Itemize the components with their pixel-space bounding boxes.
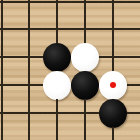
go-board[interactable] bbox=[0, 0, 140, 140]
board-intersection-r4c5[interactable] bbox=[127, 99, 140, 127]
board-intersection-r4c1[interactable] bbox=[15, 99, 43, 127]
board-intersection-r5c0[interactable] bbox=[0, 127, 15, 140]
screenshot-root bbox=[0, 0, 140, 140]
board-intersection-r2c0[interactable] bbox=[0, 43, 15, 71]
board-intersection-r0c1[interactable] bbox=[15, 0, 43, 15]
board-intersection-r2c5[interactable] bbox=[127, 43, 140, 71]
board-intersection-r3c3[interactable] bbox=[71, 71, 99, 99]
white-stone bbox=[71, 43, 99, 72]
board-intersection-r3c2[interactable] bbox=[43, 71, 71, 99]
board-grid bbox=[0, 0, 140, 140]
board-intersection-r4c3[interactable] bbox=[71, 99, 99, 127]
board-intersection-r2c4[interactable] bbox=[99, 43, 127, 71]
black-stone bbox=[71, 71, 99, 100]
board-intersection-r5c3[interactable] bbox=[71, 127, 99, 140]
board-intersection-r5c5[interactable] bbox=[127, 127, 140, 140]
board-intersection-r2c1[interactable] bbox=[15, 43, 43, 71]
white-stone bbox=[43, 71, 71, 100]
board-intersection-r0c2[interactable] bbox=[43, 0, 71, 15]
last-move-marker-icon bbox=[110, 82, 116, 88]
board-intersection-r0c3[interactable] bbox=[71, 0, 99, 15]
board-intersection-r3c5[interactable] bbox=[127, 71, 140, 99]
board-intersection-r1c3[interactable] bbox=[71, 15, 99, 43]
board-intersection-r1c4[interactable] bbox=[99, 15, 127, 43]
board-intersection-r2c2[interactable] bbox=[43, 43, 71, 71]
board-intersection-r5c1[interactable] bbox=[15, 127, 43, 140]
board-intersection-r5c4[interactable] bbox=[99, 127, 127, 140]
board-intersection-r3c0[interactable] bbox=[0, 71, 15, 99]
board-intersection-r1c0[interactable] bbox=[0, 15, 15, 43]
black-stone bbox=[99, 99, 127, 128]
board-intersection-r4c4[interactable] bbox=[99, 99, 127, 127]
board-intersection-r4c2[interactable] bbox=[43, 99, 71, 127]
board-intersection-r1c5[interactable] bbox=[127, 15, 140, 43]
board-intersection-r0c4[interactable] bbox=[99, 0, 127, 15]
board-intersection-r0c5[interactable] bbox=[127, 0, 140, 15]
board-intersection-r3c1[interactable] bbox=[15, 71, 43, 99]
board-intersection-r5c2[interactable] bbox=[43, 127, 71, 140]
board-intersection-r0c0[interactable] bbox=[0, 0, 15, 15]
board-intersection-r1c2[interactable] bbox=[43, 15, 71, 43]
board-intersection-r2c3[interactable] bbox=[71, 43, 99, 71]
white-stone bbox=[99, 71, 127, 100]
black-stone bbox=[43, 43, 71, 72]
board-intersection-r4c0[interactable] bbox=[0, 99, 15, 127]
board-intersection-r1c1[interactable] bbox=[15, 15, 43, 43]
board-intersection-r3c4[interactable] bbox=[99, 71, 127, 99]
